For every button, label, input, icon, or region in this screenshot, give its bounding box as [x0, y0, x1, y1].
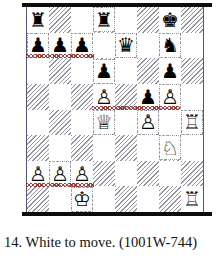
square-f7	[137, 33, 159, 59]
square-d1	[93, 186, 115, 212]
board-bottom-border	[22, 212, 212, 216]
diagram-caption: 14. White to move. (1001W-744)	[4, 234, 197, 251]
square-a6	[27, 58, 49, 84]
piece-black-pawn: ♟	[160, 60, 180, 83]
square-f3	[137, 135, 159, 161]
square-c4	[71, 110, 93, 136]
square-b8	[49, 7, 71, 33]
square-b3	[49, 135, 71, 161]
square-c1: ♔	[71, 186, 93, 212]
red-squiggle-artifact	[26, 54, 94, 58]
square-e7: ♛	[115, 33, 137, 59]
square-h8	[181, 7, 203, 33]
square-d3	[93, 135, 115, 161]
piece-white-pawn: ♙	[94, 85, 114, 108]
piece-black-queen: ♛	[116, 34, 136, 57]
square-f8	[137, 7, 159, 33]
square-b1	[49, 186, 71, 212]
piece-white-rook: ♖	[182, 188, 202, 211]
square-f4: ♙	[137, 110, 159, 136]
square-a5	[27, 84, 49, 110]
piece-black-pawn: ♟	[94, 60, 114, 83]
square-c3	[71, 135, 93, 161]
piece-white-pawn: ♙	[72, 162, 92, 185]
square-g1	[159, 186, 181, 212]
square-b5	[49, 84, 71, 110]
square-h1: ♖	[181, 186, 203, 212]
square-d2	[93, 161, 115, 187]
square-g8: ♚	[159, 7, 181, 33]
square-e4	[115, 110, 137, 136]
piece-black-king: ♚	[160, 8, 180, 31]
square-d7	[93, 33, 115, 59]
piece-white-king: ♔	[72, 188, 92, 211]
square-d4: ♕	[93, 110, 115, 136]
square-h3	[181, 135, 203, 161]
square-h5	[181, 84, 203, 110]
square-f2	[137, 161, 159, 187]
square-a8: ♜	[27, 7, 49, 33]
square-e3	[115, 135, 137, 161]
piece-white-pawn: ♙	[138, 111, 158, 134]
square-h7	[181, 33, 203, 59]
square-e6	[115, 58, 137, 84]
square-g2	[159, 161, 181, 187]
square-b6	[49, 58, 71, 84]
square-e1	[115, 186, 137, 212]
square-d8: ♜	[93, 7, 115, 33]
piece-black-rook: ♜	[28, 8, 48, 31]
piece-white-pawn: ♙	[50, 162, 70, 185]
square-g6: ♟	[159, 58, 181, 84]
piece-black-rook: ♜	[94, 8, 114, 31]
piece-black-knight: ♞	[160, 34, 180, 57]
square-e2	[115, 161, 137, 187]
square-g3: ♘	[159, 135, 181, 161]
red-squiggle-artifact	[26, 183, 94, 187]
square-b4	[49, 110, 71, 136]
square-a1	[27, 186, 49, 212]
square-f6	[137, 58, 159, 84]
piece-white-knight: ♘	[160, 136, 180, 159]
piece-white-rook: ♖	[182, 111, 202, 134]
red-squiggle-artifact	[92, 106, 180, 110]
square-h4: ♖	[181, 110, 203, 136]
square-e8	[115, 7, 137, 33]
square-h6	[181, 58, 203, 84]
square-c5	[71, 84, 93, 110]
piece-white-pawn: ♙	[160, 85, 180, 108]
chess-diagram-page: ♜♜♚♟♟♟♛♞♟♟♙♟♙♕♙♖♘♙♙♙♔♖ 14. White to move…	[0, 0, 219, 258]
square-a3	[27, 135, 49, 161]
piece-white-queen: ♕	[94, 111, 114, 134]
square-c8	[71, 7, 93, 33]
square-d6: ♟	[93, 58, 115, 84]
piece-white-pawn: ♙	[28, 162, 48, 185]
square-h2	[181, 161, 203, 187]
square-g7: ♞	[159, 33, 181, 59]
square-a4	[27, 110, 49, 136]
square-c6	[71, 58, 93, 84]
square-f1	[137, 186, 159, 212]
square-g4	[159, 110, 181, 136]
piece-black-pawn: ♟	[138, 85, 158, 108]
